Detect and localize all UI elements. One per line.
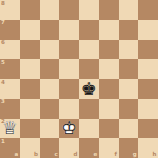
white-king[interactable]: ♚♔ xyxy=(59,119,79,139)
black-king-glyph: ♚ xyxy=(79,79,99,99)
file-label-e: e xyxy=(94,152,98,158)
square-g7[interactable] xyxy=(119,20,139,40)
rank-label-3: 3 xyxy=(1,99,5,105)
square-b7[interactable] xyxy=(20,20,40,40)
square-b1[interactable]: b xyxy=(20,138,40,158)
square-g5[interactable] xyxy=(119,59,139,79)
square-f4[interactable] xyxy=(99,79,119,99)
square-d8[interactable] xyxy=(59,0,79,20)
square-b2[interactable] xyxy=(20,119,40,139)
chess-board: 87654♚32♛♕♚♔1abcdefgh xyxy=(0,0,158,158)
square-f5[interactable] xyxy=(99,59,119,79)
square-e4[interactable]: ♚ xyxy=(79,79,99,99)
square-a5[interactable]: 5 xyxy=(0,59,20,79)
square-e2[interactable] xyxy=(79,119,99,139)
square-d6[interactable] xyxy=(59,40,79,60)
file-label-f: f xyxy=(115,152,117,158)
file-label-g: g xyxy=(133,152,137,158)
square-a7[interactable]: 7 xyxy=(0,20,20,40)
file-label-d: d xyxy=(74,152,78,158)
square-c8[interactable] xyxy=(40,0,60,20)
square-d5[interactable] xyxy=(59,59,79,79)
square-a6[interactable]: 6 xyxy=(0,40,20,60)
square-e3[interactable] xyxy=(79,99,99,119)
square-e7[interactable] xyxy=(79,20,99,40)
rank-label-5: 5 xyxy=(1,60,5,66)
rank-label-8: 8 xyxy=(1,1,5,7)
square-g4[interactable] xyxy=(119,79,139,99)
square-f7[interactable] xyxy=(99,20,119,40)
square-d4[interactable] xyxy=(59,79,79,99)
square-b3[interactable] xyxy=(20,99,40,119)
square-e5[interactable] xyxy=(79,59,99,79)
square-d7[interactable] xyxy=(59,20,79,40)
rank-label-1: 1 xyxy=(1,139,5,145)
square-a4[interactable]: 4 xyxy=(0,79,20,99)
square-b6[interactable] xyxy=(20,40,40,60)
white-king-outline: ♔ xyxy=(59,119,79,139)
square-h7[interactable] xyxy=(138,20,158,40)
square-c4[interactable] xyxy=(40,79,60,99)
square-f3[interactable] xyxy=(99,99,119,119)
file-label-h: h xyxy=(153,152,157,158)
square-h4[interactable] xyxy=(138,79,158,99)
square-e6[interactable] xyxy=(79,40,99,60)
file-label-a: a xyxy=(15,152,19,158)
square-h5[interactable] xyxy=(138,59,158,79)
square-c7[interactable] xyxy=(40,20,60,40)
square-b4[interactable] xyxy=(20,79,40,99)
black-king[interactable]: ♚ xyxy=(79,79,99,99)
square-e1[interactable]: e xyxy=(79,138,99,158)
square-b8[interactable] xyxy=(20,0,40,20)
white-queen[interactable]: ♛♕ xyxy=(0,119,20,139)
square-a3[interactable]: 3 xyxy=(0,99,20,119)
square-g1[interactable]: g xyxy=(119,138,139,158)
square-h1[interactable]: h xyxy=(138,138,158,158)
square-g8[interactable] xyxy=(119,0,139,20)
square-c6[interactable] xyxy=(40,40,60,60)
square-a1[interactable]: 1a xyxy=(0,138,20,158)
square-g2[interactable] xyxy=(119,119,139,139)
rank-label-7: 7 xyxy=(1,20,5,26)
rank-label-4: 4 xyxy=(1,80,5,86)
square-e8[interactable] xyxy=(79,0,99,20)
square-f2[interactable] xyxy=(99,119,119,139)
square-f8[interactable] xyxy=(99,0,119,20)
file-label-c: c xyxy=(54,152,57,158)
square-f6[interactable] xyxy=(99,40,119,60)
file-label-b: b xyxy=(34,152,38,158)
square-d1[interactable]: d xyxy=(59,138,79,158)
square-c2[interactable] xyxy=(40,119,60,139)
square-d3[interactable] xyxy=(59,99,79,119)
square-c5[interactable] xyxy=(40,59,60,79)
chess-board-container: 87654♚32♛♕♚♔1abcdefgh xyxy=(0,0,158,158)
square-b5[interactable] xyxy=(20,59,40,79)
square-d2[interactable]: ♚♔ xyxy=(59,119,79,139)
square-a2[interactable]: 2♛♕ xyxy=(0,119,20,139)
square-h3[interactable] xyxy=(138,99,158,119)
white-queen-outline: ♕ xyxy=(0,119,20,139)
square-a8[interactable]: 8 xyxy=(0,0,20,20)
square-g6[interactable] xyxy=(119,40,139,60)
square-h8[interactable] xyxy=(138,0,158,20)
square-h6[interactable] xyxy=(138,40,158,60)
rank-label-6: 6 xyxy=(1,40,5,46)
square-c3[interactable] xyxy=(40,99,60,119)
square-g3[interactable] xyxy=(119,99,139,119)
square-h2[interactable] xyxy=(138,119,158,139)
square-f1[interactable]: f xyxy=(99,138,119,158)
square-c1[interactable]: c xyxy=(40,138,60,158)
